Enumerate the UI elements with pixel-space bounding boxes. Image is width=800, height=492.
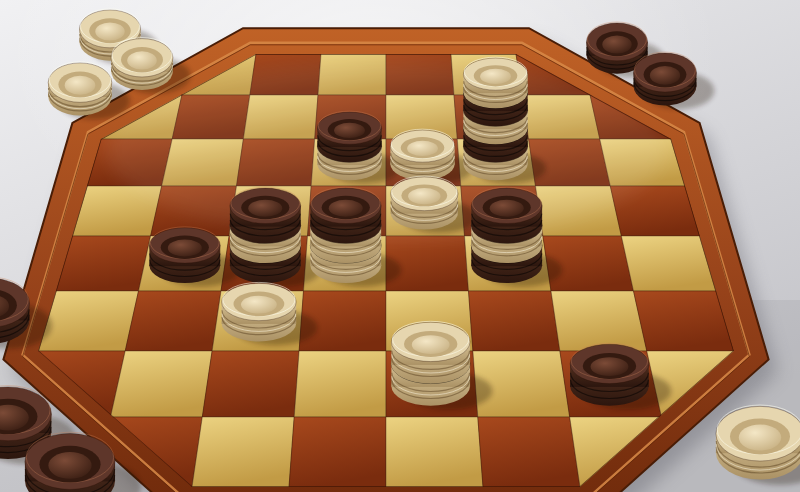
square-r7c5[interactable] [478,417,580,487]
square-r6c1[interactable] [111,351,213,417]
square-r6c3[interactable] [294,351,386,417]
square-r7c4[interactable] [386,417,483,487]
square-r5c6[interactable] [551,291,647,351]
square-r5c5[interactable] [469,291,560,351]
square-r7c3[interactable] [289,417,386,487]
square-r5c1[interactable] [125,291,221,351]
square-r6c2[interactable] [202,351,299,417]
board-render [0,0,800,492]
square-r7c2[interactable] [192,417,294,487]
game-scene [0,0,800,492]
